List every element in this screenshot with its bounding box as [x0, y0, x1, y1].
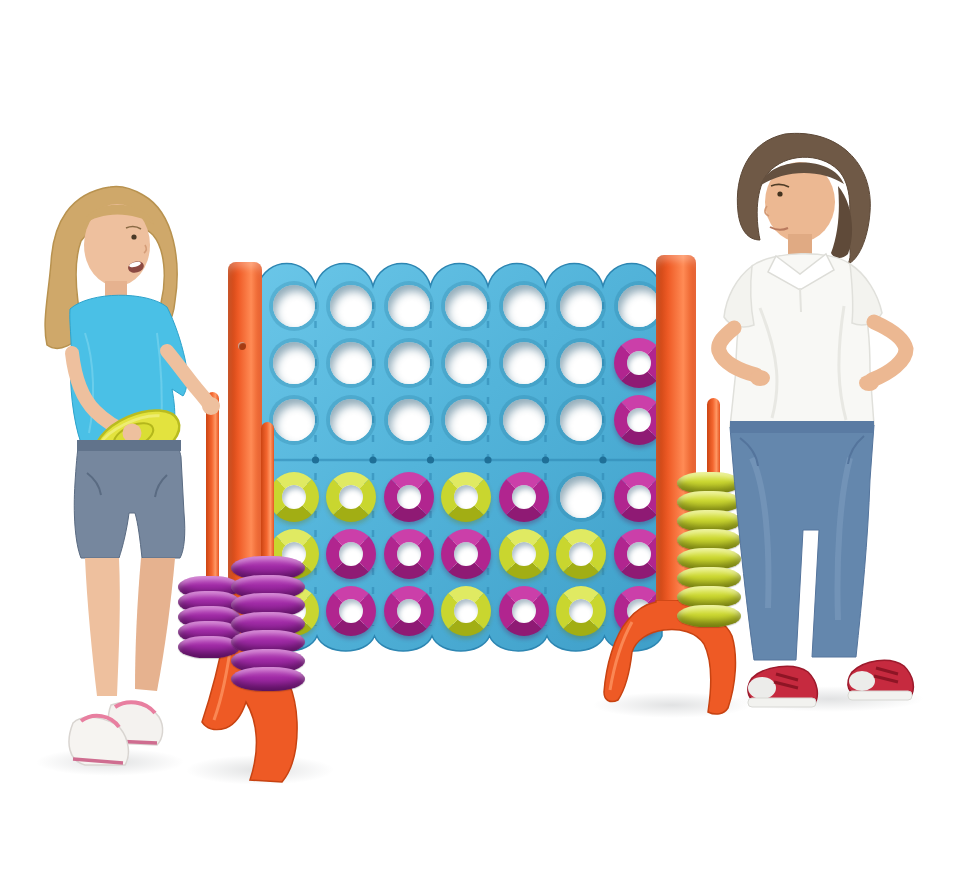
boy-shoes: [748, 660, 913, 707]
girl-legs: [85, 558, 120, 696]
girl-right-hand: [202, 397, 220, 415]
boy-player: [700, 128, 920, 708]
scene: [0, 0, 960, 871]
girl-shorts: [74, 441, 185, 558]
girl-player: [15, 183, 245, 783]
girl-left-hand: [123, 424, 142, 443]
girl-shoes: [69, 702, 163, 765]
boy-right-arm: [872, 322, 906, 380]
